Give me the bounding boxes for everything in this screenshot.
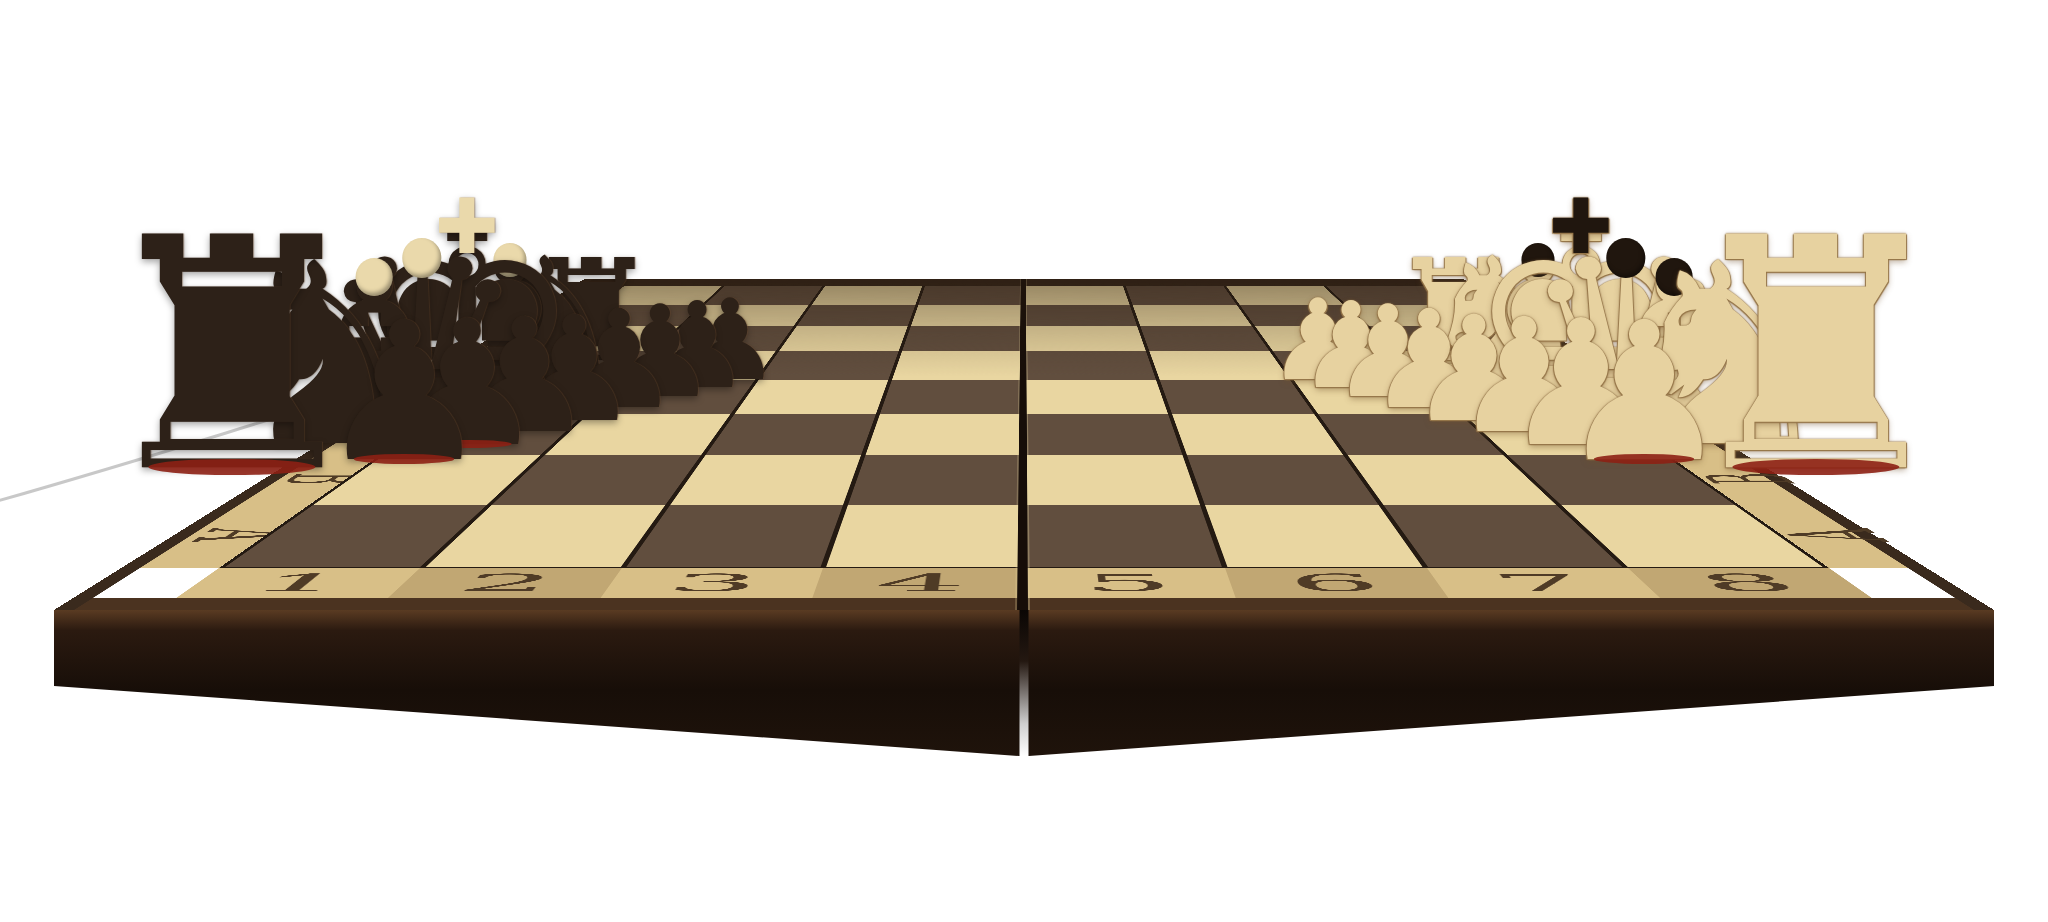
- pieces-layer: ♜♜♟♟♞♞♟♟♟♟♝♝♟♟♚✚♚✚♟♟♛♛♟♟♝♝♟♟♞♞♟♟♜♜: [0, 0, 2048, 922]
- black-rook-a1[interactable]: ♜: [89, 196, 376, 516]
- red-felt-base: [149, 459, 315, 475]
- product-photo-stage: HGFEDCBA HGFEDCBA 12345678 ♜♜♟♟♞♞♟♟♟♟♝♝♟…: [0, 0, 2048, 922]
- white-rook-a8[interactable]: ♜: [1673, 196, 1960, 516]
- red-felt-base: [1733, 459, 1899, 475]
